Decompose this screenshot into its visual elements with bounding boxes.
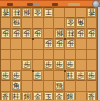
square-2b[interactable]: 角 xyxy=(76,18,87,29)
square-8b[interactable]: 飛 xyxy=(11,18,22,29)
piece-sente-pawn[interactable]: 歩 xyxy=(87,71,96,80)
square-9c[interactable]: 歩 xyxy=(1,29,12,40)
square-9f[interactable] xyxy=(1,60,12,71)
square-9h[interactable] xyxy=(1,81,12,92)
square-8i[interactable]: 桂 xyxy=(11,92,22,101)
piece-sente-rook[interactable]: 飛 xyxy=(55,81,64,90)
square-4a[interactable] xyxy=(54,8,65,19)
square-3f[interactable]: 歩 xyxy=(65,60,76,71)
piece-gote-rook[interactable]: 飛 xyxy=(12,18,21,27)
piece-gote-pawn[interactable]: 歩 xyxy=(55,39,64,48)
piece-gote-lance[interactable]: 香 xyxy=(87,8,96,17)
toolbar-button-3[interactable] xyxy=(34,3,40,6)
square-3h[interactable] xyxy=(65,81,76,92)
square-6d[interactable] xyxy=(33,39,44,50)
square-4d[interactable]: 歩 xyxy=(54,39,65,50)
square-7i[interactable]: 銀 xyxy=(22,92,33,101)
square-7e[interactable] xyxy=(22,50,33,61)
piece-sente-lance[interactable]: 香 xyxy=(87,92,96,100)
piece-sente-lance[interactable]: 香 xyxy=(1,92,10,100)
square-5f[interactable]: 歩 xyxy=(44,60,55,71)
square-6e[interactable] xyxy=(33,50,44,61)
square-5d[interactable]: 歩 xyxy=(44,39,55,50)
square-2d[interactable] xyxy=(76,39,87,50)
square-8a[interactable]: 桂 xyxy=(11,8,22,19)
square-2e[interactable] xyxy=(76,50,87,61)
square-7d[interactable] xyxy=(22,39,33,50)
hoshi-dot xyxy=(32,70,34,72)
piece-sente-pawn[interactable]: 歩 xyxy=(22,60,31,69)
piece-sente-king[interactable]: 玉 xyxy=(44,92,53,100)
piece-gote-pawn[interactable]: 歩 xyxy=(22,29,31,38)
square-2h[interactable] xyxy=(76,81,87,92)
piece-sente-pawn[interactable]: 歩 xyxy=(12,71,21,80)
piece-gote-silver[interactable]: 銀 xyxy=(22,8,31,17)
piece-sente-silver[interactable]: 銀 xyxy=(22,92,31,100)
square-6b[interactable] xyxy=(33,18,44,29)
piece-sente-pawn[interactable]: 歩 xyxy=(44,60,53,69)
toolbar-button-5[interactable] xyxy=(68,3,80,6)
piece-gote-pawn[interactable]: 歩 xyxy=(87,29,96,38)
square-5g[interactable] xyxy=(44,71,55,82)
square-8h[interactable]: 角 xyxy=(11,81,22,92)
square-9g[interactable]: 歩 xyxy=(1,71,12,82)
square-9b[interactable] xyxy=(1,18,12,29)
square-2i[interactable] xyxy=(76,92,87,101)
square-5c[interactable] xyxy=(44,29,55,40)
square-4e[interactable] xyxy=(54,50,65,61)
square-5i[interactable]: 玉 xyxy=(44,92,55,101)
square-3g[interactable]: 桂 xyxy=(65,71,76,82)
square-3a[interactable] xyxy=(65,8,76,19)
hoshi-dot xyxy=(32,38,34,40)
square-9a[interactable]: 香 xyxy=(1,8,12,19)
square-5a[interactable]: 王 xyxy=(44,8,55,19)
square-7a[interactable]: 銀 xyxy=(22,8,33,19)
hoshi-dot xyxy=(64,70,66,72)
square-8f[interactable] xyxy=(11,60,22,71)
square-9i[interactable]: 香 xyxy=(1,92,12,101)
piece-gote-knight[interactable]: 桂 xyxy=(12,8,21,17)
square-7h[interactable] xyxy=(22,81,33,92)
square-4b[interactable] xyxy=(54,18,65,29)
piece-gote-pawn[interactable]: 歩 xyxy=(33,29,42,38)
square-5h[interactable] xyxy=(44,81,55,92)
square-1d[interactable] xyxy=(87,39,98,50)
square-1i[interactable]: 香 xyxy=(87,92,98,101)
piece-gote-bishop[interactable]: 角 xyxy=(76,18,85,27)
square-3c[interactable]: 桂 xyxy=(65,29,76,40)
piece-sente-knight[interactable]: 桂 xyxy=(12,92,21,100)
square-1f[interactable] xyxy=(87,60,98,71)
square-1c[interactable]: 歩 xyxy=(87,29,98,40)
piece-gote-pawn[interactable]: 歩 xyxy=(66,39,75,48)
square-8g[interactable]: 歩 xyxy=(11,71,22,82)
square-9d[interactable] xyxy=(1,39,12,50)
piece-sente-pawn[interactable]: 歩 xyxy=(66,60,75,69)
piece-sente-bishop[interactable]: 角 xyxy=(12,81,21,90)
square-1a[interactable]: 香 xyxy=(87,8,98,19)
piece-gote-knight[interactable]: 桂 xyxy=(66,29,75,38)
square-6g[interactable]: 歩 xyxy=(33,71,44,82)
square-8d[interactable] xyxy=(11,39,22,50)
piece-sente-pawn[interactable]: 歩 xyxy=(1,71,10,80)
square-1e[interactable] xyxy=(87,50,98,61)
profile-icon[interactable] xyxy=(92,0,100,8)
square-7f[interactable]: 歩 xyxy=(22,60,33,71)
square-7g[interactable] xyxy=(22,71,33,82)
scrollbar[interactable] xyxy=(98,7,100,100)
square-8e[interactable] xyxy=(11,50,22,61)
toolbar-button-2[interactable] xyxy=(27,3,33,6)
square-2c[interactable]: 歩 xyxy=(76,29,87,40)
shogi-board: 香桂銀金王香飛金角歩歩歩歩銀桂歩歩歩歩歩歩歩歩歩歩歩歩桂歩歩角飛香桂銀金玉金銀香 xyxy=(1,8,98,101)
square-6f[interactable] xyxy=(33,60,44,71)
square-4g[interactable] xyxy=(54,71,65,82)
square-7b[interactable] xyxy=(22,18,33,29)
toolbar-button-1[interactable] xyxy=(7,3,13,6)
square-6a[interactable]: 金 xyxy=(33,8,44,19)
square-5b[interactable] xyxy=(44,18,55,29)
piece-gote-lance[interactable]: 香 xyxy=(1,8,10,17)
square-2g[interactable]: 歩 xyxy=(76,71,87,82)
shogi-board-frame: 香桂銀金王香飛金角歩歩歩歩銀桂歩歩歩歩歩歩歩歩歩歩歩歩桂歩歩角飛香桂銀金玉金銀香 xyxy=(0,7,98,100)
square-1b[interactable] xyxy=(87,18,98,29)
square-1g[interactable]: 歩 xyxy=(87,71,98,82)
square-3i[interactable]: 銀 xyxy=(65,92,76,101)
piece-sente-silver[interactable]: 銀 xyxy=(66,92,75,100)
square-3e[interactable] xyxy=(65,50,76,61)
hoshi-dot xyxy=(64,38,66,40)
square-1h[interactable] xyxy=(87,81,98,92)
square-6c[interactable]: 歩 xyxy=(33,29,44,40)
piece-gote-king[interactable]: 王 xyxy=(44,8,53,17)
piece-gote-pawn[interactable]: 歩 xyxy=(76,29,85,38)
square-3b[interactable]: 金 xyxy=(65,18,76,29)
square-2f[interactable] xyxy=(76,60,87,71)
square-8c[interactable]: 歩 xyxy=(11,29,22,40)
piece-sente-pawn[interactable]: 歩 xyxy=(76,71,85,80)
square-6h[interactable] xyxy=(33,81,44,92)
piece-sente-gold[interactable]: 金 xyxy=(55,92,64,100)
piece-gote-gold[interactable]: 金 xyxy=(66,18,75,27)
piece-gote-gold[interactable]: 金 xyxy=(33,8,42,17)
piece-sente-pawn[interactable]: 歩 xyxy=(55,60,64,69)
piece-gote-pawn[interactable]: 歩 xyxy=(1,29,10,38)
square-3d[interactable]: 歩 xyxy=(65,39,76,50)
square-5e[interactable] xyxy=(44,50,55,61)
piece-gote-pawn[interactable]: 歩 xyxy=(12,29,21,38)
square-6i[interactable]: 金 xyxy=(33,92,44,101)
app-toolbar xyxy=(0,0,100,7)
piece-sente-pawn[interactable]: 歩 xyxy=(33,71,42,80)
piece-gote-silver[interactable]: 銀 xyxy=(55,29,64,38)
square-9e[interactable] xyxy=(1,50,12,61)
square-4h[interactable]: 飛 xyxy=(54,81,65,92)
piece-gote-pawn[interactable]: 歩 xyxy=(44,39,53,48)
piece-sente-gold[interactable]: 金 xyxy=(33,92,42,100)
square-4f[interactable]: 歩 xyxy=(54,60,65,71)
square-4i[interactable]: 金 xyxy=(54,92,65,101)
toolbar-button-4[interactable] xyxy=(52,3,58,6)
piece-sente-knight[interactable]: 桂 xyxy=(66,71,75,80)
square-2a[interactable] xyxy=(76,8,87,19)
